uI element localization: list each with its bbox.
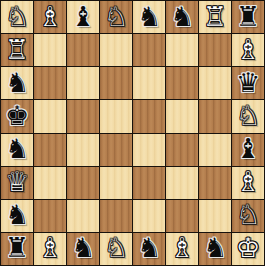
square-h1[interactable]: ♔ [232,233,264,265]
square-a6[interactable]: ♞ [1,67,33,99]
square-g2[interactable] [199,200,231,232]
square-d6[interactable] [100,67,132,99]
square-g1[interactable]: ♞ [199,233,231,265]
piece-bN-g1[interactable]: ♞ [203,234,227,261]
chess-board: ♘♗♝♘♞♞♖♜♖♗♞♛♚♘♞♝♕♗♞♘♜♗♞♘♞♗♞♔ [0,0,265,266]
square-c3[interactable] [67,167,99,199]
square-b1[interactable]: ♗ [34,233,66,265]
square-f4[interactable] [166,134,198,166]
piece-wN-d8[interactable]: ♘ [104,3,128,30]
square-c1[interactable]: ♞ [67,233,99,265]
square-c4[interactable] [67,134,99,166]
piece-bK-a5[interactable]: ♚ [5,102,29,129]
square-g5[interactable] [199,100,231,132]
piece-bR-a1[interactable]: ♜ [5,234,29,261]
square-d7[interactable] [100,34,132,66]
square-h4[interactable]: ♝ [232,134,264,166]
square-h3[interactable]: ♗ [232,167,264,199]
piece-bN-f8[interactable]: ♞ [170,3,194,30]
square-c5[interactable] [67,100,99,132]
chess-app-window: ♘♗♝♘♞♞♖♜♖♗♞♛♚♘♞♝♕♗♞♘♜♗♞♘♞♗♞♔ [0,0,265,266]
square-e7[interactable] [133,34,165,66]
square-g7[interactable] [199,34,231,66]
piece-wN-d1[interactable]: ♘ [104,234,128,261]
piece-bN-a6[interactable]: ♞ [5,69,29,96]
square-f6[interactable] [166,67,198,99]
piece-bR-h8[interactable]: ♜ [236,3,260,30]
square-f8[interactable]: ♞ [166,1,198,33]
square-a1[interactable]: ♜ [1,233,33,265]
square-b3[interactable] [34,167,66,199]
square-f3[interactable] [166,167,198,199]
piece-wN-a8[interactable]: ♘ [5,3,29,30]
square-g8[interactable]: ♖ [199,1,231,33]
square-f1[interactable]: ♗ [166,233,198,265]
piece-wK-h1[interactable]: ♔ [236,234,260,261]
square-b2[interactable] [34,200,66,232]
square-e4[interactable] [133,134,165,166]
square-a2[interactable]: ♞ [1,200,33,232]
piece-bQ-h6[interactable]: ♛ [236,69,260,96]
square-b6[interactable] [34,67,66,99]
square-e6[interactable] [133,67,165,99]
square-h8[interactable]: ♜ [232,1,264,33]
square-c2[interactable] [67,200,99,232]
square-b8[interactable]: ♗ [34,1,66,33]
piece-bN-e8[interactable]: ♞ [137,3,161,30]
square-f7[interactable] [166,34,198,66]
piece-wN-h5[interactable]: ♘ [236,102,260,129]
piece-bN-e1[interactable]: ♞ [137,234,161,261]
piece-wB-b8[interactable]: ♗ [38,3,62,30]
square-h7[interactable]: ♗ [232,34,264,66]
square-d3[interactable] [100,167,132,199]
piece-bN-c1[interactable]: ♞ [71,234,95,261]
piece-wR-g8[interactable]: ♖ [203,3,227,30]
square-c6[interactable] [67,67,99,99]
square-d5[interactable] [100,100,132,132]
square-a8[interactable]: ♘ [1,1,33,33]
square-e3[interactable] [133,167,165,199]
piece-bB-c8[interactable]: ♝ [71,3,95,30]
piece-wR-a7[interactable]: ♖ [5,36,29,63]
square-a4[interactable]: ♞ [1,134,33,166]
square-a7[interactable]: ♖ [1,34,33,66]
piece-wQ-a3[interactable]: ♕ [5,168,29,195]
square-a5[interactable]: ♚ [1,100,33,132]
square-h5[interactable]: ♘ [232,100,264,132]
square-f2[interactable] [166,200,198,232]
square-e5[interactable] [133,100,165,132]
square-b4[interactable] [34,134,66,166]
square-c8[interactable]: ♝ [67,1,99,33]
piece-wB-b1[interactable]: ♗ [38,234,62,261]
piece-wB-f1[interactable]: ♗ [170,234,194,261]
square-g3[interactable] [199,167,231,199]
square-g6[interactable] [199,67,231,99]
square-e8[interactable]: ♞ [133,1,165,33]
square-h2[interactable]: ♘ [232,200,264,232]
square-h6[interactable]: ♛ [232,67,264,99]
piece-wB-h7[interactable]: ♗ [236,36,260,63]
piece-wN-h2[interactable]: ♘ [236,201,260,228]
piece-wB-h3[interactable]: ♗ [236,168,260,195]
square-e2[interactable] [133,200,165,232]
square-e1[interactable]: ♞ [133,233,165,265]
square-d4[interactable] [100,134,132,166]
square-b5[interactable] [34,100,66,132]
square-g4[interactable] [199,134,231,166]
piece-bN-a4[interactable]: ♞ [5,135,29,162]
piece-bN-a2[interactable]: ♞ [5,201,29,228]
square-d2[interactable] [100,200,132,232]
piece-bB-h4[interactable]: ♝ [236,135,260,162]
square-a3[interactable]: ♕ [1,167,33,199]
square-d1[interactable]: ♘ [100,233,132,265]
square-b7[interactable] [34,34,66,66]
square-c7[interactable] [67,34,99,66]
square-f5[interactable] [166,100,198,132]
square-d8[interactable]: ♘ [100,1,132,33]
